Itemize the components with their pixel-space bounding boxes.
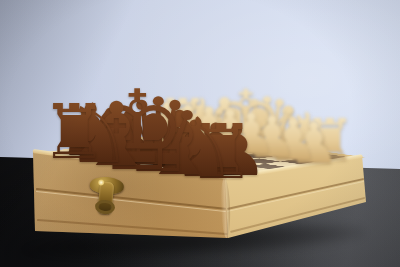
piece-black-rook: ♜ bbox=[40, 95, 108, 171]
chess-photo-scene: ♜♞♝♛♚♝♞♜♟♟♟♟♟♟♟♟♟♟♟♟♟♟♟♟♜♞♝♛♚♝♞♜ bbox=[0, 0, 400, 267]
